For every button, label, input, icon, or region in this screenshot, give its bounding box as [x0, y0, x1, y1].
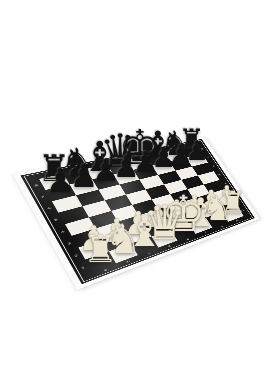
- photo-frame: aabbccddeeffgghh8877665544332211 ♜♟♟♞♜♟♟…: [0, 0, 280, 373]
- piece-white-rook-a1[interactable]: ♜: [83, 230, 117, 268]
- piece-black-pawn-a7[interactable]: ♟: [46, 165, 76, 198]
